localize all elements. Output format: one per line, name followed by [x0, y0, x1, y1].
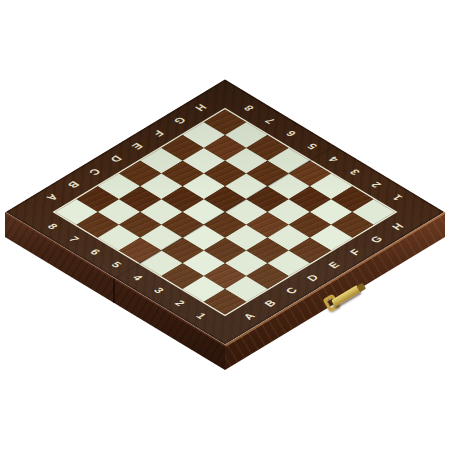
chessboard-product-photo: HGFEDCBA 87654321 87654321 HGFEDCBA — [0, 0, 450, 450]
chess-board: HGFEDCBA 87654321 87654321 HGFEDCBA — [6, 80, 444, 345]
fold-seam-side — [113, 279, 115, 303]
latch-plate — [331, 285, 361, 307]
